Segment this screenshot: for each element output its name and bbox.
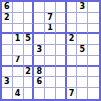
cell-r1c5[interactable]: [45, 2, 56, 13]
cell-r4c8[interactable]: [77, 34, 88, 45]
cell-r2c6[interactable]: [56, 13, 67, 24]
cell-r8c3[interactable]: [24, 77, 35, 88]
cell-r3c8[interactable]: [77, 24, 88, 35]
cell-r5c6[interactable]: [56, 45, 67, 56]
cell-r2c5[interactable]: 7: [45, 13, 56, 24]
cell-r9c7[interactable]: 7: [67, 88, 78, 99]
cell-r6c3[interactable]: [24, 56, 35, 67]
cell-r5c8[interactable]: 5: [77, 45, 88, 56]
cell-r7c9[interactable]: [88, 67, 99, 78]
cell-r5c9[interactable]: [88, 45, 99, 56]
cell-r6c2[interactable]: 7: [13, 56, 24, 67]
cell-r8c2[interactable]: [13, 77, 24, 88]
cell-r1c4[interactable]: [34, 2, 45, 13]
cell-r2c7[interactable]: [67, 13, 78, 24]
cell-r5c5[interactable]: [45, 45, 56, 56]
cell-r6c7[interactable]: [67, 56, 78, 67]
cell-r6c8[interactable]: [77, 56, 88, 67]
cell-r3c3[interactable]: [24, 24, 35, 35]
cell-r7c3[interactable]: 2: [24, 67, 35, 78]
cell-r3c7[interactable]: [67, 24, 78, 35]
cell-r5c4[interactable]: 3: [34, 45, 45, 56]
cell-r1c1[interactable]: 6: [2, 2, 13, 13]
cell-r2c9[interactable]: [88, 13, 99, 24]
cell-r2c4[interactable]: [34, 13, 45, 24]
cell-r8c6[interactable]: [56, 77, 67, 88]
cell-r4c5[interactable]: [45, 34, 56, 45]
cell-r6c9[interactable]: [88, 56, 99, 67]
cell-r7c4[interactable]: 8: [34, 67, 45, 78]
cell-r7c1[interactable]: [2, 67, 13, 78]
cell-r5c7[interactable]: [67, 45, 78, 56]
cell-r9c8[interactable]: [77, 88, 88, 99]
cell-r8c7[interactable]: [67, 77, 78, 88]
cell-r9c1[interactable]: [2, 88, 13, 99]
cell-r8c4[interactable]: 6: [34, 77, 45, 88]
cell-r2c2[interactable]: [13, 13, 24, 24]
cell-r9c2[interactable]: 4: [13, 88, 24, 99]
cell-r6c1[interactable]: [2, 56, 13, 67]
cell-r4c9[interactable]: [88, 34, 99, 45]
cell-r6c5[interactable]: [45, 56, 56, 67]
cell-r9c9[interactable]: [88, 88, 99, 99]
cell-r8c9[interactable]: [88, 77, 99, 88]
cell-r4c3[interactable]: 5: [24, 34, 35, 45]
cell-r1c9[interactable]: [88, 2, 99, 13]
cell-r8c8[interactable]: [77, 77, 88, 88]
cell-r3c1[interactable]: [2, 24, 13, 35]
cell-r1c7[interactable]: [67, 2, 78, 13]
cell-r4c1[interactable]: [2, 34, 13, 45]
cell-r9c6[interactable]: [56, 88, 67, 99]
cell-r4c6[interactable]: [56, 34, 67, 45]
cell-r2c8[interactable]: [77, 13, 88, 24]
cell-r5c2[interactable]: [13, 45, 24, 56]
cell-r8c1[interactable]: 3: [2, 77, 13, 88]
cell-r5c3[interactable]: [24, 45, 35, 56]
cell-r3c6[interactable]: [56, 24, 67, 35]
cell-r7c6[interactable]: [56, 67, 67, 78]
sudoku-board: 63271152357283647: [0, 0, 101, 101]
cell-r1c8[interactable]: 3: [77, 2, 88, 13]
cell-r2c3[interactable]: [24, 13, 35, 24]
cell-r7c8[interactable]: [77, 67, 88, 78]
cell-r7c5[interactable]: [45, 67, 56, 78]
cell-r2c1[interactable]: 2: [2, 13, 13, 24]
cell-r3c9[interactable]: [88, 24, 99, 35]
cell-r3c2[interactable]: [13, 24, 24, 35]
cell-r6c4[interactable]: [34, 56, 45, 67]
cell-r4c4[interactable]: [34, 34, 45, 45]
cell-r9c3[interactable]: [24, 88, 35, 99]
cell-r1c3[interactable]: [24, 2, 35, 13]
cell-r8c5[interactable]: [45, 77, 56, 88]
cell-r5c1[interactable]: [2, 45, 13, 56]
cell-r7c7[interactable]: [67, 67, 78, 78]
cell-r1c2[interactable]: [13, 2, 24, 13]
cell-r3c4[interactable]: [34, 24, 45, 35]
cell-r4c7[interactable]: 2: [67, 34, 78, 45]
cell-r9c5[interactable]: [45, 88, 56, 99]
cell-r6c6[interactable]: [56, 56, 67, 67]
cell-r7c2[interactable]: [13, 67, 24, 78]
cell-r3c5[interactable]: 1: [45, 24, 56, 35]
cell-r4c2[interactable]: 1: [13, 34, 24, 45]
cell-r1c6[interactable]: [56, 2, 67, 13]
cell-r9c4[interactable]: [34, 88, 45, 99]
